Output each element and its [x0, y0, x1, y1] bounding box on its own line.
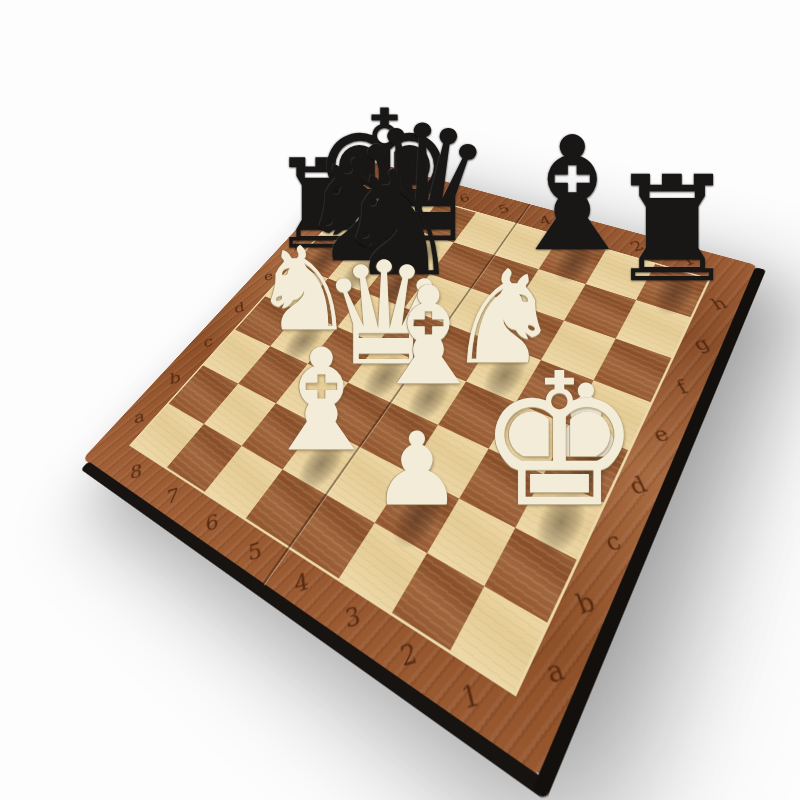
coordinate-label-g: g	[684, 332, 718, 356]
piece-white-pawn-b3[interactable]: ♟	[342, 428, 492, 511]
coordinate-label-8: 8	[124, 458, 147, 484]
black-rook-glyph: ♜	[607, 170, 738, 289]
coordinate-label-b: b	[565, 584, 605, 622]
coordinate-label-a: a	[534, 650, 575, 692]
piece-black-rook-h1[interactable]: ♜	[597, 170, 747, 289]
photo-stage: aa11bb22cc33dd44ee55ff66gg77hh88 ♜♞♚♞♛♞♛…	[0, 0, 800, 800]
coordinate-label-6: 6	[200, 507, 224, 537]
white-pawn-glyph: ♟	[372, 428, 462, 511]
piece-white-king-c1[interactable]: ♚	[484, 365, 634, 516]
coordinate-label-f: f	[664, 374, 699, 400]
white-king-glyph: ♚	[477, 365, 642, 516]
coordinate-label-7: 7	[161, 481, 184, 509]
coordinate-label-3: 3	[336, 598, 367, 634]
coordinate-label-5: 5	[241, 535, 267, 567]
coordinate-label-1: 1	[451, 674, 489, 717]
coordinate-label-2: 2	[391, 634, 425, 673]
coordinate-label-4: 4	[287, 565, 316, 599]
